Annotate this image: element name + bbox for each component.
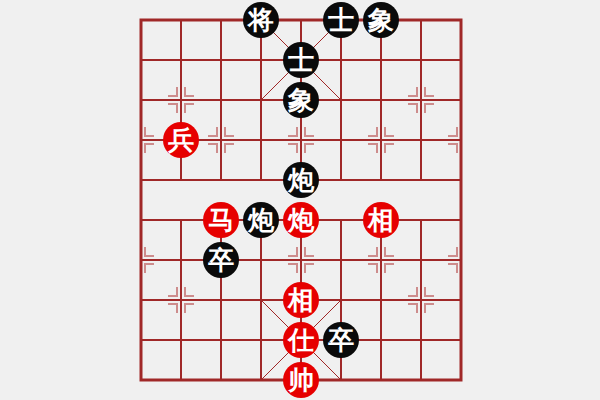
black-cannon[interactable]: 炮 [243, 202, 279, 238]
point-f5-r5 [321, 200, 361, 240]
point-f0-r5 [121, 200, 161, 240]
point-f0-r4 [121, 160, 161, 200]
point-f3-r0: 将 [241, 0, 281, 40]
point-f8-r4 [441, 160, 481, 200]
point-f7-r1 [401, 40, 441, 80]
point-f3-r7 [241, 280, 281, 320]
black-cannon[interactable]: 炮 [283, 162, 319, 198]
red-elephant[interactable]: 相 [283, 282, 319, 318]
point-f3-r6 [241, 240, 281, 280]
point-f5-r6 [321, 240, 361, 280]
point-f4-r0 [281, 0, 321, 40]
point-f3-r1 [241, 40, 281, 80]
point-f8-r8 [441, 320, 481, 360]
point-f5-r3 [321, 120, 361, 160]
point-f7-r5 [401, 200, 441, 240]
point-f8-r5 [441, 200, 481, 240]
point-f1-r0 [161, 0, 201, 40]
black-pawn[interactable]: 卒 [323, 322, 359, 358]
point-f7-r3 [401, 120, 441, 160]
point-f6-r9 [361, 360, 401, 400]
point-f6-r7 [361, 280, 401, 320]
point-f0-r0 [121, 0, 161, 40]
point-f6-r4 [361, 160, 401, 200]
point-f2-r5: 马 [201, 200, 241, 240]
point-f1-r6 [161, 240, 201, 280]
point-f1-r4 [161, 160, 201, 200]
point-f4-r3 [281, 120, 321, 160]
point-f0-r8 [121, 320, 161, 360]
point-f2-r0 [201, 0, 241, 40]
point-f2-r9 [201, 360, 241, 400]
point-f6-r5: 相 [361, 200, 401, 240]
black-elephant[interactable]: 象 [283, 82, 319, 118]
point-f5-r9 [321, 360, 361, 400]
point-f8-r6 [441, 240, 481, 280]
point-f3-r9 [241, 360, 281, 400]
point-f5-r0: 士 [321, 0, 361, 40]
point-f6-r3 [361, 120, 401, 160]
point-f2-r3 [201, 120, 241, 160]
point-f8-r0 [441, 0, 481, 40]
point-f0-r3 [121, 120, 161, 160]
point-f0-r1 [121, 40, 161, 80]
point-f4-r5: 炮 [281, 200, 321, 240]
point-f8-r2 [441, 80, 481, 120]
point-f7-r9 [401, 360, 441, 400]
point-f2-r7 [201, 280, 241, 320]
point-f0-r6 [121, 240, 161, 280]
red-pawn[interactable]: 兵 [163, 122, 199, 158]
point-f2-r8 [201, 320, 241, 360]
point-f7-r0 [401, 0, 441, 40]
point-f2-r1 [201, 40, 241, 80]
point-f4-r4: 炮 [281, 160, 321, 200]
point-f2-r2 [201, 80, 241, 120]
point-f5-r7 [321, 280, 361, 320]
point-f7-r8 [401, 320, 441, 360]
point-f7-r6 [401, 240, 441, 280]
point-f5-r1 [321, 40, 361, 80]
point-f4-r7: 相 [281, 280, 321, 320]
point-f7-r4 [401, 160, 441, 200]
point-f2-r4 [201, 160, 241, 200]
point-f0-r7 [121, 280, 161, 320]
board-grid: 将士象士象兵炮马炮炮相卒相仕卒帅 [121, 0, 481, 400]
point-f6-r0: 象 [361, 0, 401, 40]
point-f7-r7 [401, 280, 441, 320]
point-f3-r5: 炮 [241, 200, 281, 240]
black-advisor[interactable]: 士 [323, 2, 359, 38]
black-advisor[interactable]: 士 [283, 42, 319, 78]
point-f3-r4 [241, 160, 281, 200]
point-f4-r2: 象 [281, 80, 321, 120]
point-f1-r9 [161, 360, 201, 400]
red-king[interactable]: 帅 [283, 362, 319, 398]
xiangqi-board: 将士象士象兵炮马炮炮相卒相仕卒帅 [0, 0, 600, 400]
point-f3-r2 [241, 80, 281, 120]
point-f4-r1: 士 [281, 40, 321, 80]
point-f8-r7 [441, 280, 481, 320]
point-f8-r3 [441, 120, 481, 160]
point-f6-r6 [361, 240, 401, 280]
point-f0-r9 [121, 360, 161, 400]
point-f5-r4 [321, 160, 361, 200]
point-f1-r3: 兵 [161, 120, 201, 160]
black-pawn[interactable]: 卒 [203, 242, 239, 278]
point-f5-r2 [321, 80, 361, 120]
point-f5-r8: 卒 [321, 320, 361, 360]
point-f8-r1 [441, 40, 481, 80]
point-f4-r9: 帅 [281, 360, 321, 400]
point-f1-r1 [161, 40, 201, 80]
point-f1-r2 [161, 80, 201, 120]
point-f1-r8 [161, 320, 201, 360]
point-f4-r8: 仕 [281, 320, 321, 360]
red-advisor[interactable]: 仕 [283, 322, 319, 358]
red-cannon[interactable]: 炮 [283, 202, 319, 238]
point-f3-r3 [241, 120, 281, 160]
point-f4-r6 [281, 240, 321, 280]
point-f1-r5 [161, 200, 201, 240]
point-f7-r2 [401, 80, 441, 120]
point-f6-r2 [361, 80, 401, 120]
point-f0-r2 [121, 80, 161, 120]
red-elephant[interactable]: 相 [363, 202, 399, 238]
red-horse[interactable]: 马 [203, 202, 239, 238]
point-f6-r8 [361, 320, 401, 360]
point-f6-r1 [361, 40, 401, 80]
point-f2-r6: 卒 [201, 240, 241, 280]
point-f8-r9 [441, 360, 481, 400]
point-f3-r8 [241, 320, 281, 360]
black-general[interactable]: 将 [243, 2, 279, 38]
black-elephant[interactable]: 象 [363, 2, 399, 38]
point-f1-r7 [161, 280, 201, 320]
